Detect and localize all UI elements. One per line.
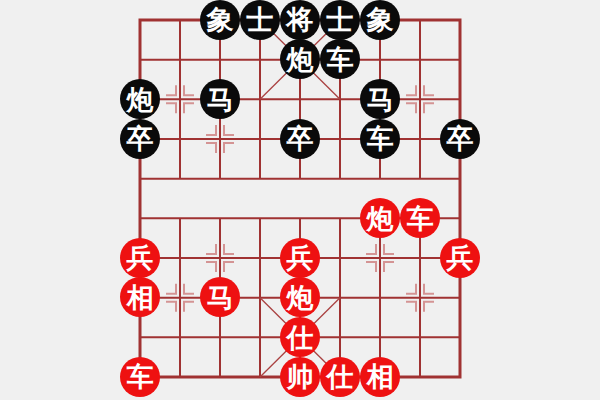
piece-black-horse[interactable]: 马 [360, 79, 400, 119]
piece-black-cannon[interactable]: 炮 [280, 39, 320, 79]
piece-black-elephant[interactable]: 象 [200, 0, 240, 40]
piece-red-soldier[interactable]: 兵 [280, 238, 320, 278]
piece-red-general[interactable]: 帅 [280, 357, 320, 397]
piece-red-elephant[interactable]: 相 [120, 277, 160, 317]
piece-red-advisor[interactable]: 仕 [320, 357, 360, 397]
piece-red-advisor[interactable]: 仕 [280, 317, 320, 357]
piece-red-cannon[interactable]: 炮 [280, 277, 320, 317]
piece-black-soldier[interactable]: 卒 [440, 119, 480, 159]
piece-black-cannon[interactable]: 炮 [120, 79, 160, 119]
piece-red-horse[interactable]: 马 [200, 277, 240, 317]
piece-black-advisor[interactable]: 士 [320, 0, 360, 40]
xiangqi-board-screen: 象士将士象炮车炮马马卒卒车卒炮车兵兵兵相马炮仕车帅仕相 [0, 0, 600, 400]
piece-black-chariot[interactable]: 车 [320, 39, 360, 79]
piece-black-elephant[interactable]: 象 [360, 0, 400, 40]
piece-black-soldier[interactable]: 卒 [280, 119, 320, 159]
piece-red-elephant[interactable]: 相 [360, 357, 400, 397]
piece-red-chariot[interactable]: 车 [120, 357, 160, 397]
piece-red-chariot[interactable]: 车 [400, 198, 440, 238]
piece-black-chariot[interactable]: 车 [360, 119, 400, 159]
piece-black-advisor[interactable]: 士 [240, 0, 280, 40]
piece-red-cannon[interactable]: 炮 [360, 198, 400, 238]
piece-red-soldier[interactable]: 兵 [120, 238, 160, 278]
piece-black-soldier[interactable]: 卒 [120, 119, 160, 159]
piece-black-horse[interactable]: 马 [200, 79, 240, 119]
piece-red-soldier[interactable]: 兵 [440, 238, 480, 278]
board-grid[interactable]: 象士将士象炮车炮马马卒卒车卒炮车兵兵兵相马炮仕车帅仕相 [120, 0, 480, 397]
piece-black-general[interactable]: 将 [280, 0, 320, 40]
